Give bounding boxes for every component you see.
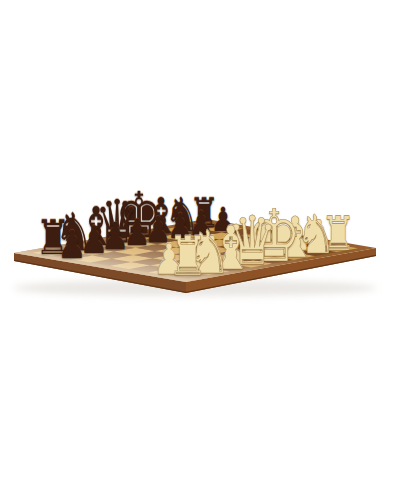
board-glare	[14, 219, 376, 282]
product-photo: ♜♟♞♟♝♟♚♟♛♟♝♟♟♜♞♟♟♞♜♟♟♝♟♚♟♛♟♝♟♞♟♜	[0, 0, 400, 480]
chess-board	[0, 0, 400, 480]
